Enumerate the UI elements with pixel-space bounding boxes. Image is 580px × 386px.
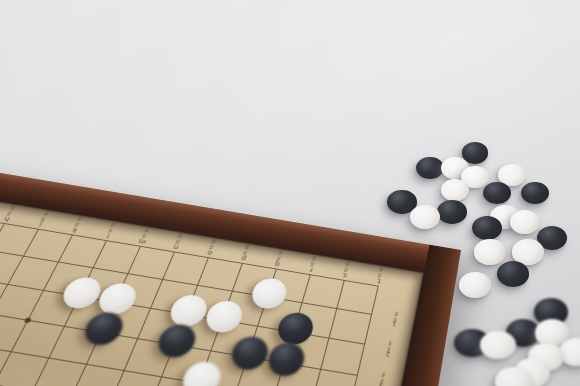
photo-scene: t♯ ♯s♯ ♯r♯ ♯q♯ ♯p♯ ♯o♯ ♯n♯ ♯m♯ ♯l♯ ♯k♯ ♯… — [0, 0, 580, 386]
black-stone[interactable] — [472, 216, 502, 240]
white-stone[interactable] — [459, 272, 492, 298]
white-stone[interactable] — [480, 331, 516, 359]
black-stone[interactable] — [521, 182, 550, 205]
black-stone[interactable] — [483, 182, 512, 205]
white-stone[interactable] — [441, 179, 470, 202]
white-stone[interactable] — [510, 210, 540, 234]
black-stone[interactable] — [437, 200, 467, 224]
white-stone[interactable] — [495, 367, 532, 386]
black-stone[interactable] — [497, 261, 529, 287]
white-stone[interactable] — [410, 205, 440, 229]
black-stone[interactable] — [416, 157, 444, 179]
scattered-stones — [0, 0, 580, 386]
white-stone[interactable] — [474, 239, 505, 264]
